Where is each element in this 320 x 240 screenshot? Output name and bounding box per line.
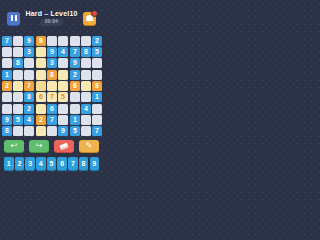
cell-r5c2[interactable] — [13, 81, 23, 91]
number-pad: 123456789 — [0, 157, 103, 170]
cell-r2c8[interactable]: 8 — [81, 47, 91, 57]
board-row: 86751 — [2, 92, 103, 102]
cell-r8c2[interactable]: 5 — [13, 115, 23, 125]
cell-r1c8[interactable] — [81, 36, 91, 46]
cell-r8c8[interactable] — [81, 115, 91, 125]
board-row: 7982 — [2, 36, 103, 46]
cell-r7c4[interactable] — [36, 104, 46, 114]
cell-r2c3[interactable]: 3 — [24, 47, 34, 57]
cell-r4c4[interactable] — [36, 70, 46, 80]
page-title: Hard – Level10 — [25, 10, 77, 17]
numpad-key-3[interactable]: 3 — [25, 157, 35, 170]
board-row: 2768 — [2, 81, 103, 91]
board-row: 839 — [2, 58, 103, 68]
cell-r3c5[interactable]: 3 — [47, 58, 57, 68]
cell-r9c8[interactable] — [81, 126, 91, 136]
cell-r4c6[interactable] — [58, 70, 68, 80]
title-block: Hard – Level10 00:04 — [20, 10, 83, 26]
cell-r9c6[interactable]: 9 — [58, 126, 68, 136]
cell-r3c4[interactable] — [36, 58, 46, 68]
cell-r6c9[interactable]: 1 — [92, 92, 102, 102]
cell-r8c5[interactable]: 7 — [47, 115, 57, 125]
pause-button[interactable] — [7, 12, 20, 25]
board-row: 264 — [2, 104, 103, 114]
cell-r1c1[interactable]: 7 — [2, 36, 12, 46]
cell-r1c3[interactable]: 9 — [24, 36, 34, 46]
cell-r5c1[interactable]: 2 — [2, 81, 12, 91]
notification-badge — [91, 10, 98, 17]
cell-r2c5[interactable]: 9 — [47, 47, 57, 57]
cell-r1c9[interactable]: 2 — [92, 36, 102, 46]
numpad-key-9[interactable]: 9 — [90, 157, 100, 170]
cell-r6c1[interactable] — [2, 92, 12, 102]
numpad-key-1[interactable]: 1 — [4, 157, 14, 170]
cell-r5c3[interactable]: 7 — [24, 81, 34, 91]
cell-r9c7[interactable]: 5 — [70, 126, 80, 136]
numpad-key-6[interactable]: 6 — [57, 157, 67, 170]
cell-r6c7[interactable] — [70, 92, 80, 102]
cell-r6c4[interactable]: 6 — [36, 92, 46, 102]
top-bar: Hard – Level10 00:04 — [0, 8, 103, 28]
cell-r7c3[interactable]: 2 — [24, 104, 34, 114]
cell-r4c2[interactable] — [13, 70, 23, 80]
cell-r1c4[interactable]: 8 — [36, 36, 46, 46]
numpad-key-2[interactable]: 2 — [15, 157, 25, 170]
action-bar: ↩ ↪ ✎ — [0, 140, 103, 152]
erase-button[interactable] — [54, 140, 74, 152]
cell-r4c8[interactable] — [81, 70, 91, 80]
cell-r7c8[interactable]: 4 — [81, 104, 91, 114]
cell-r4c3[interactable] — [24, 70, 34, 80]
cell-r9c3[interactable] — [24, 126, 34, 136]
eraser-icon — [59, 142, 68, 149]
cell-r7c2[interactable] — [13, 104, 23, 114]
cell-r4c5[interactable]: 8 — [47, 70, 57, 80]
redo-button[interactable]: ↪ — [29, 140, 49, 152]
cell-r6c3[interactable]: 8 — [24, 92, 34, 102]
numpad-key-4[interactable]: 4 — [36, 157, 46, 170]
cell-r1c6[interactable] — [58, 36, 68, 46]
cell-r4c9[interactable] — [92, 70, 102, 80]
sudoku-board: 79823947858391822768867512649542718957 — [2, 36, 103, 137]
bell-button[interactable] — [83, 12, 96, 25]
cell-r9c4[interactable] — [36, 126, 46, 136]
cell-r6c8[interactable] — [81, 92, 91, 102]
numpad-key-8[interactable]: 8 — [79, 157, 89, 170]
cell-r8c6[interactable] — [58, 115, 68, 125]
cell-r3c3[interactable] — [24, 58, 34, 68]
cell-r8c1[interactable]: 9 — [2, 115, 12, 125]
cell-r3c1[interactable] — [2, 58, 12, 68]
cell-r5c7[interactable]: 6 — [70, 81, 80, 91]
cell-r9c9[interactable]: 7 — [92, 126, 102, 136]
cell-r8c9[interactable] — [92, 115, 102, 125]
cell-r4c7[interactable]: 2 — [70, 70, 80, 80]
cell-r1c2[interactable] — [13, 36, 23, 46]
cell-r3c8[interactable] — [81, 58, 91, 68]
pause-icon — [11, 15, 13, 21]
cell-r2c9[interactable]: 5 — [92, 47, 102, 57]
cell-r7c1[interactable] — [2, 104, 12, 114]
numpad-key-5[interactable]: 5 — [47, 157, 57, 170]
cell-r6c5[interactable]: 7 — [47, 92, 57, 102]
cell-r3c7[interactable]: 9 — [70, 58, 80, 68]
cell-r7c7[interactable] — [70, 104, 80, 114]
numpad-key-7[interactable]: 7 — [68, 157, 78, 170]
board-row: 394785 — [2, 47, 103, 57]
cell-r3c6[interactable] — [58, 58, 68, 68]
board-row: 8957 — [2, 126, 103, 136]
cell-r6c2[interactable] — [13, 92, 23, 102]
cell-r2c6[interactable]: 4 — [58, 47, 68, 57]
cell-r5c4[interactable] — [36, 81, 46, 91]
cell-r8c3[interactable]: 4 — [24, 115, 34, 125]
cell-r2c2[interactable] — [13, 47, 23, 57]
notes-button[interactable]: ✎ — [79, 140, 99, 152]
pencil-icon: ✎ — [86, 140, 93, 152]
undo-arrow-icon: ↩ — [11, 140, 18, 152]
cell-r9c1[interactable]: 8 — [2, 126, 12, 136]
cell-r7c6[interactable] — [58, 104, 68, 114]
cell-r9c5[interactable] — [47, 126, 57, 136]
cell-r6c6[interactable]: 5 — [58, 92, 68, 102]
cell-r4c1[interactable]: 1 — [2, 70, 12, 80]
cell-r2c4[interactable] — [36, 47, 46, 57]
cell-r8c7[interactable]: 1 — [70, 115, 80, 125]
cell-r2c1[interactable] — [2, 47, 12, 57]
cell-r9c2[interactable] — [13, 126, 23, 136]
cell-r3c9[interactable] — [92, 58, 102, 68]
cell-r7c9[interactable] — [92, 104, 102, 114]
cell-r5c6[interactable] — [58, 81, 68, 91]
board-row: 954271 — [2, 115, 103, 125]
board-row: 182 — [2, 70, 103, 80]
cell-r8c4[interactable]: 2 — [36, 115, 46, 125]
redo-arrow-icon: ↪ — [36, 140, 43, 152]
undo-button[interactable]: ↩ — [4, 140, 24, 152]
cell-r2c7[interactable]: 7 — [70, 47, 80, 57]
cell-r7c5[interactable]: 6 — [47, 104, 57, 114]
cell-r5c5[interactable] — [47, 81, 57, 91]
timer: 00:04 — [40, 19, 63, 26]
cell-r3c2[interactable]: 8 — [13, 58, 23, 68]
cell-r1c7[interactable] — [70, 36, 80, 46]
cell-r1c5[interactable] — [47, 36, 57, 46]
cell-r5c9[interactable]: 8 — [92, 81, 102, 91]
cell-r5c8[interactable] — [81, 81, 91, 91]
